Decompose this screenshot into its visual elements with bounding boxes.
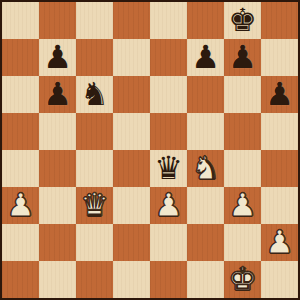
- chess-board: ♚♟♟♟♟♞♟♛♞♟♛♟♟♟♚: [2, 2, 298, 298]
- square-f6[interactable]: [187, 76, 224, 113]
- square-b2[interactable]: [39, 224, 76, 261]
- square-d8[interactable]: [113, 2, 150, 39]
- piece-black-pawn-b6: ♟: [43, 76, 72, 113]
- square-d6[interactable]: [113, 76, 150, 113]
- square-h5[interactable]: [261, 113, 298, 150]
- square-f5[interactable]: [187, 113, 224, 150]
- square-g2[interactable]: [224, 224, 261, 261]
- square-a2[interactable]: [2, 224, 39, 261]
- square-e5[interactable]: [150, 113, 187, 150]
- piece-white-pawn-g3: ♟: [228, 187, 257, 224]
- square-c8[interactable]: [76, 2, 113, 39]
- square-f3[interactable]: [187, 187, 224, 224]
- square-f2[interactable]: [187, 224, 224, 261]
- square-h2[interactable]: ♟: [261, 224, 298, 261]
- piece-white-knight-f4: ♞: [191, 150, 220, 187]
- square-d2[interactable]: [113, 224, 150, 261]
- square-g5[interactable]: [224, 113, 261, 150]
- square-a3[interactable]: ♟: [2, 187, 39, 224]
- square-d7[interactable]: [113, 39, 150, 76]
- square-e4[interactable]: ♛: [150, 150, 187, 187]
- square-a8[interactable]: [2, 2, 39, 39]
- square-a7[interactable]: [2, 39, 39, 76]
- square-e2[interactable]: [150, 224, 187, 261]
- piece-white-pawn-e3: ♟: [154, 187, 183, 224]
- square-g6[interactable]: [224, 76, 261, 113]
- square-h4[interactable]: [261, 150, 298, 187]
- square-h3[interactable]: [261, 187, 298, 224]
- square-b8[interactable]: [39, 2, 76, 39]
- piece-black-pawn-f7: ♟: [191, 39, 220, 76]
- square-g4[interactable]: [224, 150, 261, 187]
- square-g1[interactable]: ♚: [224, 261, 261, 298]
- piece-white-queen-c3: ♛: [80, 187, 109, 224]
- square-b7[interactable]: ♟: [39, 39, 76, 76]
- square-a5[interactable]: [2, 113, 39, 150]
- piece-black-pawn-b7: ♟: [43, 39, 72, 76]
- square-e3[interactable]: ♟: [150, 187, 187, 224]
- square-c2[interactable]: [76, 224, 113, 261]
- square-f4[interactable]: ♞: [187, 150, 224, 187]
- square-c7[interactable]: [76, 39, 113, 76]
- square-f8[interactable]: [187, 2, 224, 39]
- square-e8[interactable]: [150, 2, 187, 39]
- piece-white-pawn-a3: ♟: [6, 187, 35, 224]
- square-b3[interactable]: [39, 187, 76, 224]
- square-d1[interactable]: [113, 261, 150, 298]
- piece-black-knight-c6: ♞: [80, 76, 109, 113]
- square-h8[interactable]: [261, 2, 298, 39]
- square-d4[interactable]: [113, 150, 150, 187]
- square-h7[interactable]: [261, 39, 298, 76]
- square-d5[interactable]: [113, 113, 150, 150]
- square-h6[interactable]: ♟: [261, 76, 298, 113]
- square-g3[interactable]: ♟: [224, 187, 261, 224]
- square-h1[interactable]: [261, 261, 298, 298]
- square-c3[interactable]: ♛: [76, 187, 113, 224]
- piece-black-pawn-g7: ♟: [228, 39, 257, 76]
- square-b5[interactable]: [39, 113, 76, 150]
- piece-white-king-g1: ♚: [228, 261, 257, 298]
- square-e6[interactable]: [150, 76, 187, 113]
- square-b6[interactable]: ♟: [39, 76, 76, 113]
- square-e1[interactable]: [150, 261, 187, 298]
- piece-black-king-g8: ♚: [228, 2, 257, 39]
- square-b4[interactable]: [39, 150, 76, 187]
- piece-black-queen-e4: ♛: [154, 150, 183, 187]
- square-a6[interactable]: [2, 76, 39, 113]
- piece-white-pawn-h2: ♟: [265, 224, 294, 261]
- square-b1[interactable]: [39, 261, 76, 298]
- square-d3[interactable]: [113, 187, 150, 224]
- square-a1[interactable]: [2, 261, 39, 298]
- square-f7[interactable]: ♟: [187, 39, 224, 76]
- square-c5[interactable]: [76, 113, 113, 150]
- square-a4[interactable]: [2, 150, 39, 187]
- square-e7[interactable]: [150, 39, 187, 76]
- square-c4[interactable]: [76, 150, 113, 187]
- chess-board-frame: ♚♟♟♟♟♞♟♛♞♟♛♟♟♟♚: [0, 0, 300, 300]
- square-g7[interactable]: ♟: [224, 39, 261, 76]
- square-c6[interactable]: ♞: [76, 76, 113, 113]
- piece-black-pawn-h6: ♟: [265, 76, 294, 113]
- square-g8[interactable]: ♚: [224, 2, 261, 39]
- square-f1[interactable]: [187, 261, 224, 298]
- square-c1[interactable]: [76, 261, 113, 298]
